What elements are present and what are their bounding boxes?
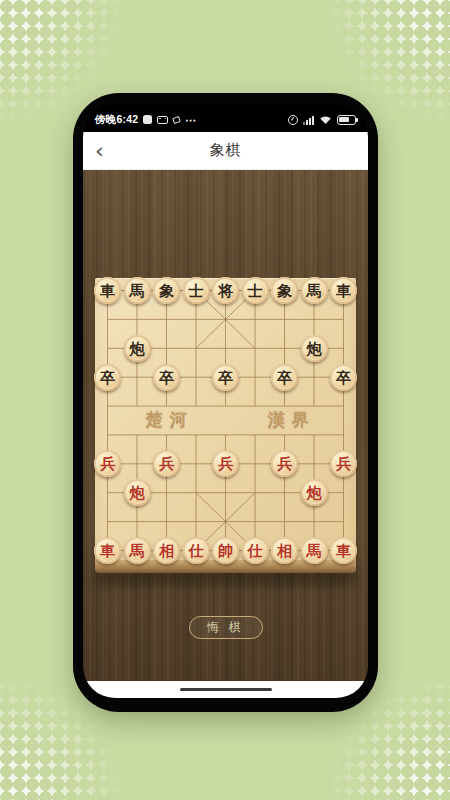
app-header: ‹ 象棋	[83, 132, 368, 170]
piece-label: 卒	[100, 370, 115, 385]
xiangqi-piece-red-馬[interactable]: 馬	[124, 537, 151, 564]
piece-label: 卒	[159, 370, 174, 385]
xiangqi-board[interactable]: 楚河 漢界 車馬象士将士象馬車炮炮卒卒卒卒卒兵兵兵兵兵炮炮車馬相仕帥仕相馬車	[95, 278, 356, 573]
battery-icon	[337, 115, 356, 125]
xiangqi-piece-black-卒[interactable]: 卒	[94, 364, 121, 391]
xiangqi-piece-black-卒[interactable]: 卒	[153, 364, 180, 391]
piece-label: 仕	[189, 544, 204, 559]
signal-icon	[303, 115, 314, 125]
river-label-right: 漢界	[268, 409, 316, 432]
xiangqi-piece-red-相[interactable]: 相	[153, 537, 180, 564]
piece-label: 馬	[307, 544, 322, 559]
piece-label: 卒	[336, 370, 351, 385]
piece-label: 兵	[277, 457, 292, 472]
piece-label: 馬	[130, 284, 145, 299]
xiangqi-piece-red-車[interactable]: 車	[330, 537, 357, 564]
home-indicator[interactable]	[180, 688, 272, 692]
piece-label: 士	[189, 284, 204, 299]
piece-label: 相	[277, 544, 292, 559]
xiangqi-piece-red-炮[interactable]: 炮	[124, 479, 151, 506]
piece-label: 兵	[100, 457, 115, 472]
undo-move-button[interactable]: 悔 棋	[189, 616, 263, 639]
piece-label: 馬	[307, 284, 322, 299]
xiangqi-piece-black-炮[interactable]: 炮	[301, 335, 328, 362]
piece-label: 将	[218, 284, 233, 299]
page-title: 象棋	[210, 141, 242, 160]
piece-label: 卒	[277, 370, 292, 385]
xiangqi-piece-red-相[interactable]: 相	[271, 537, 298, 564]
xiangqi-piece-black-卒[interactable]: 卒	[271, 364, 298, 391]
xiangqi-piece-black-車[interactable]: 車	[94, 277, 121, 304]
xiangqi-piece-red-馬[interactable]: 馬	[301, 537, 328, 564]
status-bar-left: 傍晚6:42 ⋯	[95, 113, 197, 127]
xiangqi-piece-black-将[interactable]: 将	[212, 277, 239, 304]
piece-label: 仕	[248, 544, 263, 559]
piece-label: 相	[159, 544, 174, 559]
piece-label: 帥	[218, 544, 233, 559]
xiangqi-piece-black-士[interactable]: 士	[242, 277, 269, 304]
xiangqi-piece-red-炮[interactable]: 炮	[301, 479, 328, 506]
piece-label: 炮	[307, 341, 322, 356]
xiangqi-piece-black-象[interactable]: 象	[153, 277, 180, 304]
piece-label: 車	[336, 544, 351, 559]
back-button[interactable]: ‹	[93, 132, 123, 169]
xiangqi-piece-red-兵[interactable]: 兵	[330, 450, 357, 477]
gamepad-icon	[157, 116, 168, 124]
xiangqi-piece-red-仕[interactable]: 仕	[242, 537, 269, 564]
river-label-left: 楚河	[146, 409, 194, 432]
xiangqi-piece-black-象[interactable]: 象	[271, 277, 298, 304]
piece-label: 馬	[130, 544, 145, 559]
gesture-nav-bar	[83, 681, 368, 698]
xiangqi-piece-black-車[interactable]: 車	[330, 277, 357, 304]
alarm-icon	[288, 115, 298, 125]
piece-label: 車	[336, 284, 351, 299]
status-bar: 傍晚6:42 ⋯	[83, 105, 368, 132]
piece-label: 士	[248, 284, 263, 299]
piece-label: 象	[277, 284, 292, 299]
piece-label: 炮	[130, 486, 145, 501]
more-notifications-icon: ⋯	[185, 117, 197, 123]
wifi-icon	[319, 115, 332, 125]
piece-label: 象	[159, 284, 174, 299]
xiangqi-piece-black-馬[interactable]: 馬	[301, 277, 328, 304]
piece-label: 炮	[307, 486, 322, 501]
xiangqi-piece-black-馬[interactable]: 馬	[124, 277, 151, 304]
xiangqi-piece-red-車[interactable]: 車	[94, 537, 121, 564]
piece-label: 炮	[130, 341, 145, 356]
piece-label: 車	[100, 544, 115, 559]
game-area: 楚河 漢界 車馬象士将士象馬車炮炮卒卒卒卒卒兵兵兵兵兵炮炮車馬相仕帥仕相馬車 悔…	[83, 170, 368, 681]
phone-screen: 傍晚6:42 ⋯ ‹ 象棋	[83, 105, 368, 698]
phone-mockup: 傍晚6:42 ⋯ ‹ 象棋	[73, 93, 378, 712]
xiangqi-piece-red-帥[interactable]: 帥	[212, 537, 239, 564]
notification-app-icon	[143, 115, 152, 124]
piece-label: 卒	[218, 370, 233, 385]
xiangqi-piece-black-炮[interactable]: 炮	[124, 335, 151, 362]
piece-label: 兵	[336, 457, 351, 472]
headset-icon	[172, 116, 181, 124]
xiangqi-piece-black-卒[interactable]: 卒	[330, 364, 357, 391]
xiangqi-piece-black-卒[interactable]: 卒	[212, 364, 239, 391]
piece-label: 兵	[218, 457, 233, 472]
piece-label: 車	[100, 284, 115, 299]
status-time: 傍晚6:42	[95, 113, 138, 127]
xiangqi-piece-red-仕[interactable]: 仕	[183, 537, 210, 564]
board-surface[interactable]: 楚河 漢界 車馬象士将士象馬車炮炮卒卒卒卒卒兵兵兵兵兵炮炮車馬相仕帥仕相馬車	[95, 278, 356, 560]
piece-label: 兵	[159, 457, 174, 472]
status-bar-right	[288, 115, 356, 125]
xiangqi-piece-black-士[interactable]: 士	[183, 277, 210, 304]
